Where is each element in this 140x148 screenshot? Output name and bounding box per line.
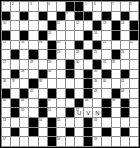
block-cell-r6c6 xyxy=(48,50,56,59)
cell-r14c3[interactable] xyxy=(20,128,28,137)
cell-r10c5[interactable] xyxy=(39,89,47,98)
cell-r10c12[interactable] xyxy=(102,89,110,98)
cell-r7c1[interactable]: 27 xyxy=(2,60,10,69)
block-cell-r4c1 xyxy=(2,31,10,40)
block-cell-r3c15 xyxy=(130,21,138,30)
clue-number: 48 xyxy=(85,99,88,102)
clue-number: 23 xyxy=(57,50,60,53)
cell-r8c3[interactable]: 33 xyxy=(20,70,28,79)
clue-number: 3 xyxy=(30,2,31,5)
block-cell-r6c4 xyxy=(29,50,37,59)
cell-r5c12[interactable]: 21 xyxy=(102,41,110,50)
block-cell-r12c2 xyxy=(11,108,19,117)
cell-r5c4[interactable] xyxy=(29,41,37,50)
cell-r3c5[interactable] xyxy=(39,21,47,30)
cell-r7c5[interactable] xyxy=(39,60,47,69)
cell-r15c2[interactable] xyxy=(11,137,19,146)
cell-r8c7[interactable] xyxy=(57,70,65,79)
cell-r6c15[interactable] xyxy=(130,50,138,59)
clue-number: 26 xyxy=(121,50,124,53)
block-cell-r11c9 xyxy=(75,99,83,108)
cell-r11c15[interactable] xyxy=(130,99,138,108)
cell-r13c2[interactable] xyxy=(11,118,19,127)
cell-r8c11[interactable]: 35 xyxy=(93,70,101,79)
block-cell-r6c13 xyxy=(112,50,120,59)
cell-r9c3[interactable] xyxy=(20,79,28,88)
clue-number: 10 xyxy=(3,21,6,24)
cell-r15c5[interactable] xyxy=(39,137,47,146)
cell-r1c13[interactable]: 7 xyxy=(112,2,120,11)
block-cell-r2c10 xyxy=(84,12,92,21)
clue-number: 31 xyxy=(103,60,106,63)
block-cell-r6c2 xyxy=(11,50,19,59)
cell-r10c11[interactable]: 43 xyxy=(93,89,101,98)
cell-r6c5[interactable] xyxy=(39,50,47,59)
cell-r7c14[interactable] xyxy=(121,60,129,69)
cell-r1c1[interactable]: 1 xyxy=(2,2,10,11)
cell-r9c11[interactable]: 39 xyxy=(93,79,101,88)
cell-r1c12[interactable] xyxy=(102,2,110,11)
clue-number: 39 xyxy=(94,79,97,82)
cell-r15c8[interactable] xyxy=(66,137,74,146)
cell-r12c1[interactable] xyxy=(2,108,10,117)
block-cell-r10c13 xyxy=(112,89,120,98)
clue-number: 53 xyxy=(3,118,6,121)
cell-r2c11[interactable] xyxy=(93,12,101,21)
cell-r15c15[interactable] xyxy=(130,137,138,146)
clue-number: 20 xyxy=(57,41,60,44)
block-cell-r15c10 xyxy=(84,137,92,146)
block-cell-r11c14 xyxy=(121,99,129,108)
cell-r1c14[interactable] xyxy=(121,2,129,11)
cell-r5c3[interactable]: 18 xyxy=(20,41,28,50)
cell-r10c2[interactable] xyxy=(11,89,19,98)
block-cell-r2c1 xyxy=(2,12,10,21)
block-cell-r2c7 xyxy=(57,12,65,21)
cell-r10c9[interactable] xyxy=(75,89,83,98)
cell-r2c8[interactable]: 9 xyxy=(66,12,74,21)
cell-r10c4[interactable]: 42 xyxy=(29,89,37,98)
block-cell-r8c2 xyxy=(11,70,19,79)
cell-r1c4[interactable]: 3 xyxy=(29,2,37,11)
cell-r6c14[interactable]: 26 xyxy=(121,50,129,59)
clue-number: 38 xyxy=(39,79,42,82)
clue-number: 18 xyxy=(21,41,24,44)
block-cell-r2c12 xyxy=(102,12,110,21)
block-cell-r5c6 xyxy=(48,41,56,50)
cell-r12c11[interactable]: N xyxy=(93,108,101,117)
cell-r10c14[interactable]: 44 xyxy=(121,89,129,98)
cell-r7c2[interactable] xyxy=(11,60,19,69)
crossword-grid: 1234567891011121314151617181920212223242… xyxy=(0,0,140,148)
clue-number: 13 xyxy=(103,21,106,24)
cell-r3c12[interactable]: 13 xyxy=(102,21,110,30)
cell-r7c12[interactable]: 31 xyxy=(102,60,110,69)
block-cell-r12c14 xyxy=(121,108,129,117)
block-cell-r14c10 xyxy=(84,128,92,137)
clue-number: 6 xyxy=(94,2,95,5)
cell-r1c5[interactable] xyxy=(39,2,47,11)
cell-r4c4[interactable] xyxy=(29,31,37,40)
clue-number: 54 xyxy=(39,118,42,121)
cell-r13c9[interactable] xyxy=(75,118,83,127)
clue-number: 29 xyxy=(48,60,51,63)
block-cell-r7c8 xyxy=(66,60,74,69)
clue-number: 37 xyxy=(12,79,15,82)
cell-r15c7[interactable]: 58 xyxy=(57,137,65,146)
cell-r14c15[interactable] xyxy=(130,128,138,137)
block-cell-r14c12 xyxy=(102,128,110,137)
cell-r3c3[interactable] xyxy=(20,21,28,30)
cell-r7c15[interactable] xyxy=(130,60,138,69)
cell-r15c12[interactable] xyxy=(102,137,110,146)
block-cell-r4c15 xyxy=(130,31,138,40)
cell-r4c8[interactable] xyxy=(66,31,74,40)
cell-r5c1[interactable]: 17 xyxy=(2,41,10,50)
block-cell-r8c5 xyxy=(39,70,47,79)
block-cell-r11c2 xyxy=(11,99,19,108)
clue-number: 17 xyxy=(3,41,6,44)
block-cell-r2c9 xyxy=(75,12,83,21)
cell-r12c9[interactable]: 52U xyxy=(75,108,83,117)
clue-number: 50 xyxy=(21,108,24,111)
block-cell-r14c2 xyxy=(11,128,19,137)
block-cell-r10c1 xyxy=(2,89,10,98)
cell-r13c1[interactable]: 53 xyxy=(2,118,10,127)
block-cell-r3c13 xyxy=(112,21,120,30)
cell-r15c11[interactable]: 59 xyxy=(93,137,101,146)
block-cell-r4c10 xyxy=(84,31,92,40)
clue-number: 43 xyxy=(94,89,97,92)
clue-number: 55 xyxy=(57,118,60,121)
cell-r14c5[interactable] xyxy=(39,128,47,137)
cell-r13c8[interactable] xyxy=(66,118,74,127)
cell-r8c1[interactable] xyxy=(2,70,10,79)
cell-r8c13[interactable] xyxy=(112,70,120,79)
clue-number: 1 xyxy=(3,2,4,5)
cell-r4c12[interactable] xyxy=(102,31,110,40)
block-cell-r15c6 xyxy=(48,137,56,146)
cell-r9c12[interactable]: 40 xyxy=(102,79,110,88)
cell-r11c7[interactable] xyxy=(57,99,65,108)
cell-r2c6[interactable] xyxy=(48,12,56,21)
cell-r7c4[interactable]: 28 xyxy=(29,60,37,69)
clue-number: 35 xyxy=(94,70,97,73)
cell-r4c2[interactable] xyxy=(11,31,19,40)
cell-r12c6[interactable]: 51 xyxy=(48,108,56,117)
block-cell-r9c4 xyxy=(29,79,37,88)
block-cell-r13c10 xyxy=(84,118,92,127)
block-cell-r12c8 xyxy=(66,108,74,117)
block-cell-r13c4 xyxy=(29,118,37,127)
cell-r9c5[interactable]: 38 xyxy=(39,79,47,88)
cell-r13c5[interactable]: 54 xyxy=(39,118,47,127)
cell-r2c4[interactable] xyxy=(29,12,37,21)
block-cell-r12c12 xyxy=(102,108,110,117)
cell-r6c1[interactable] xyxy=(2,50,10,59)
cell-r13c14[interactable] xyxy=(121,118,129,127)
clue-number: 4 xyxy=(48,2,49,5)
entered-letter: N xyxy=(93,108,101,117)
block-cell-r4c13 xyxy=(112,31,120,40)
cell-r5c2[interactable] xyxy=(11,41,19,50)
clue-number: 21 xyxy=(103,41,106,44)
cell-r7c6[interactable]: 29 xyxy=(48,60,56,69)
cell-r6c7[interactable]: 23 xyxy=(57,50,65,59)
cell-r8c9[interactable] xyxy=(75,70,83,79)
cell-r6c8[interactable] xyxy=(66,50,74,59)
cell-r6c3[interactable] xyxy=(20,50,28,59)
cell-r6c11[interactable]: 25 xyxy=(93,50,101,59)
block-cell-r5c11 xyxy=(93,41,101,50)
cell-r6c12[interactable] xyxy=(102,50,110,59)
block-cell-r1c8 xyxy=(66,2,74,11)
cell-r1c15[interactable]: 8 xyxy=(130,2,138,11)
clue-number: 42 xyxy=(30,89,33,92)
cell-r3c14[interactable]: 14 xyxy=(121,21,129,30)
block-cell-r4c3 xyxy=(20,31,28,40)
cell-r4c9[interactable] xyxy=(75,31,83,40)
cell-r9c15[interactable] xyxy=(130,79,138,88)
block-cell-r8c14 xyxy=(121,70,129,79)
cell-r5c8[interactable] xyxy=(66,41,74,50)
entered-letter: U xyxy=(75,108,83,117)
cell-r7c9[interactable]: 30 xyxy=(75,60,83,69)
cell-r12c7[interactable] xyxy=(57,108,65,117)
block-cell-r10c10 xyxy=(84,89,92,98)
cell-r14c7[interactable] xyxy=(57,128,65,137)
cell-r7c3[interactable] xyxy=(20,60,28,69)
cell-r15c1[interactable]: 57 xyxy=(2,137,10,146)
cell-r3c9[interactable]: 12 xyxy=(75,21,83,30)
clue-number: 44 xyxy=(121,89,124,92)
cell-r9c1[interactable]: 36 xyxy=(2,79,10,88)
block-cell-r8c10 xyxy=(84,70,92,79)
clue-number: 22 xyxy=(130,41,133,44)
block-cell-r2c5 xyxy=(39,12,47,21)
cell-r11c8[interactable] xyxy=(66,99,74,108)
cell-r1c2[interactable]: 2 xyxy=(11,2,19,11)
block-cell-r6c10 xyxy=(84,50,92,59)
clue-number: 41 xyxy=(121,79,124,82)
cell-r3c1[interactable]: 10 xyxy=(2,21,10,30)
cell-r8c4[interactable] xyxy=(29,70,37,79)
cell-r12c3[interactable]: 50 xyxy=(20,108,28,117)
cell-r7c10[interactable] xyxy=(84,60,92,69)
cell-r9c6[interactable] xyxy=(48,79,56,88)
block-cell-r14c4 xyxy=(29,128,37,137)
block-cell-r9c10 xyxy=(84,79,92,88)
cell-r3c8[interactable] xyxy=(66,21,74,30)
clue-number: 49 xyxy=(112,99,115,102)
cell-r12c13[interactable] xyxy=(112,108,120,117)
clue-number: 33 xyxy=(21,70,24,73)
cell-r7c7[interactable] xyxy=(57,60,65,69)
block-cell-r14c6 xyxy=(48,128,56,137)
cell-r1c7[interactable] xyxy=(57,2,65,11)
cell-r14c11[interactable] xyxy=(93,128,101,137)
cell-r9c14[interactable]: 41 xyxy=(121,79,129,88)
cell-r4c14[interactable] xyxy=(121,31,129,40)
block-cell-r8c12 xyxy=(102,70,110,79)
cell-r5c13[interactable] xyxy=(112,41,120,50)
cell-r13c15[interactable] xyxy=(130,118,138,127)
cell-r11c6[interactable]: 47 xyxy=(48,99,56,108)
block-cell-r2c14 xyxy=(121,12,129,21)
block-cell-r7c11 xyxy=(93,60,101,69)
cell-r1c6[interactable]: 4 xyxy=(48,2,56,11)
cell-r2c15[interactable] xyxy=(130,12,138,21)
clue-number: 19 xyxy=(39,41,42,44)
cell-r13c3[interactable] xyxy=(20,118,28,127)
clue-number: 27 xyxy=(3,60,6,63)
clue-number: 16 xyxy=(94,31,97,34)
cell-r10c7[interactable] xyxy=(57,89,65,98)
cell-r3c7[interactable]: 11 xyxy=(57,21,65,30)
clue-number: 36 xyxy=(3,79,6,82)
clue-number: 5 xyxy=(85,2,86,5)
clue-number: 47 xyxy=(48,99,51,102)
clue-number: 30 xyxy=(76,60,79,63)
cell-r1c3[interactable] xyxy=(20,2,28,11)
clue-number: 11 xyxy=(57,21,60,24)
block-cell-r13c6 xyxy=(48,118,56,127)
block-cell-r1c9 xyxy=(75,2,83,11)
cell-r1c10[interactable]: 5 xyxy=(84,2,92,11)
clue-number: 12 xyxy=(76,21,79,24)
cell-r6c9[interactable]: 24 xyxy=(75,50,83,59)
cell-r15c3[interactable] xyxy=(20,137,28,146)
clue-number: 59 xyxy=(94,137,97,140)
entered-letter: V xyxy=(84,108,92,117)
cell-r14c1[interactable] xyxy=(2,128,10,137)
clue-number: 34 xyxy=(48,70,51,73)
clue-number: 2 xyxy=(12,2,13,5)
block-cell-r4c5 xyxy=(39,31,47,40)
cell-r4c7[interactable] xyxy=(57,31,65,40)
clue-number: 24 xyxy=(76,50,79,53)
cell-r13c13[interactable] xyxy=(112,118,120,127)
cell-r15c13[interactable] xyxy=(112,137,120,146)
cell-r15c9[interactable] xyxy=(75,137,83,146)
clue-number: 51 xyxy=(48,108,51,111)
clue-number: 56 xyxy=(94,118,97,121)
block-cell-r10c8 xyxy=(66,89,74,98)
clue-number: 57 xyxy=(3,137,6,140)
block-cell-r11c5 xyxy=(39,99,47,108)
block-cell-r14c8 xyxy=(66,128,74,137)
block-cell-r3c11 xyxy=(93,21,101,30)
block-cell-r3c6 xyxy=(48,21,56,30)
cell-r3c10[interactable] xyxy=(84,21,92,30)
cell-r15c14[interactable] xyxy=(121,137,129,146)
cell-r7c13[interactable]: 32 xyxy=(112,60,120,69)
clue-number: 32 xyxy=(112,60,115,63)
cell-r15c4[interactable] xyxy=(29,137,37,146)
cell-r13c11[interactable]: 56 xyxy=(93,118,101,127)
cell-r14c13[interactable] xyxy=(112,128,120,137)
block-cell-r12c5 xyxy=(39,108,47,117)
cell-r12c15[interactable] xyxy=(130,108,138,117)
cell-r10c15[interactable] xyxy=(130,89,138,98)
clue-number: 25 xyxy=(94,50,97,53)
cell-r5c15[interactable]: 22 xyxy=(130,41,138,50)
clue-number: 9 xyxy=(66,12,67,15)
cell-r3c2[interactable] xyxy=(11,21,19,30)
block-cell-r10c3 xyxy=(20,89,28,98)
cell-r9c8[interactable] xyxy=(66,79,74,88)
cell-r12c4[interactable] xyxy=(29,108,37,117)
block-cell-r2c3 xyxy=(20,12,28,21)
cell-r9c9[interactable] xyxy=(75,79,83,88)
cell-r8c15[interactable] xyxy=(130,70,138,79)
cell-r2c2[interactable] xyxy=(11,12,19,21)
cell-r5c14[interactable] xyxy=(121,41,129,50)
cell-r5c10[interactable] xyxy=(84,41,92,50)
block-cell-r11c12 xyxy=(102,99,110,108)
cell-r9c13[interactable] xyxy=(112,79,120,88)
cell-r8c6[interactable]: 34 xyxy=(48,70,56,79)
cell-r11c13[interactable]: 49 xyxy=(112,99,120,108)
block-cell-r10c6 xyxy=(48,89,56,98)
block-cell-r5c9 xyxy=(75,41,83,50)
clue-number: 14 xyxy=(121,21,124,24)
cell-r13c12[interactable] xyxy=(102,118,110,127)
block-cell-r14c14 xyxy=(121,128,129,137)
cell-r3c4[interactable] xyxy=(29,21,37,30)
cell-r12c10[interactable]: V xyxy=(84,108,92,117)
clue-number: 7 xyxy=(112,2,113,5)
cell-r4c11[interactable]: 16 xyxy=(93,31,101,40)
clue-number: 28 xyxy=(30,60,33,63)
cell-r11c10[interactable]: 48 xyxy=(84,99,92,108)
clue-number: 45 xyxy=(3,99,6,102)
block-cell-r8c8 xyxy=(66,70,74,79)
cell-r2c13[interactable] xyxy=(112,12,120,21)
clue-number: 15 xyxy=(48,31,51,34)
cell-r11c11[interactable] xyxy=(93,99,101,108)
cell-r11c4[interactable] xyxy=(29,99,37,108)
cell-r9c7[interactable] xyxy=(57,79,65,88)
cell-r14c9[interactable] xyxy=(75,128,83,137)
clue-number: 46 xyxy=(21,99,24,102)
cell-r11c3[interactable]: 46 xyxy=(20,99,28,108)
clue-number: 40 xyxy=(103,79,106,82)
cell-r4c6[interactable]: 15 xyxy=(48,31,56,40)
cell-r9c2[interactable]: 37 xyxy=(11,79,19,88)
cell-r5c7[interactable]: 20 xyxy=(57,41,65,50)
cell-r5c5[interactable]: 19 xyxy=(39,41,47,50)
clue-number: 58 xyxy=(57,137,60,140)
cell-r1c11[interactable]: 6 xyxy=(93,2,101,11)
cell-r13c7[interactable]: 55 xyxy=(57,118,65,127)
cell-r11c1[interactable]: 45 xyxy=(2,99,10,108)
clue-number: 8 xyxy=(130,2,131,5)
